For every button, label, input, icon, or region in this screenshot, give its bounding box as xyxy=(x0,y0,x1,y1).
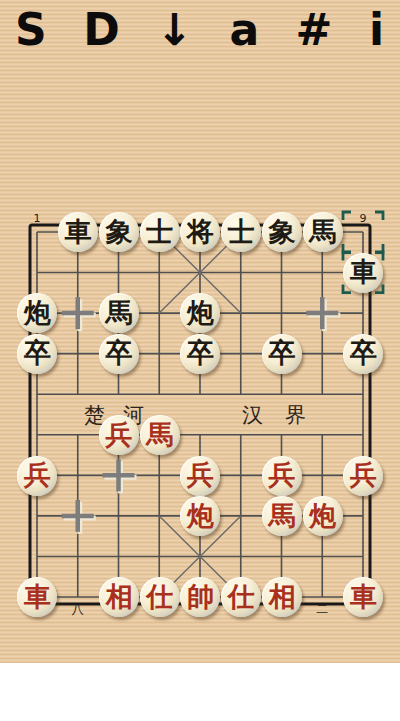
piece-glyph: 炮 xyxy=(309,502,336,529)
piece-glyph: 車 xyxy=(24,583,51,610)
piece-red-車[interactable]: 車 xyxy=(17,577,57,617)
piece-glyph: 車 xyxy=(350,258,377,285)
statusbar-glyph-5[interactable]: i xyxy=(369,0,384,60)
file-label-top-1: 1 xyxy=(30,212,44,225)
piece-glyph: 仕 xyxy=(228,583,255,610)
piece-glyph: 士 xyxy=(228,218,255,245)
statusbar-glyph-3[interactable]: a xyxy=(229,0,259,60)
piece-red-仕[interactable]: 仕 xyxy=(221,577,261,617)
file-label-bottom-2: 八 xyxy=(71,601,85,618)
statusbar-glyph-2[interactable]: ↓ xyxy=(156,0,193,60)
piece-black-将[interactable]: 将 xyxy=(180,212,220,252)
piece-red-仕[interactable]: 仕 xyxy=(140,577,180,617)
piece-black-馬[interactable]: 馬 xyxy=(303,212,343,252)
piece-black-象[interactable]: 象 xyxy=(262,212,302,252)
piece-red-炮[interactable]: 炮 xyxy=(303,496,343,536)
piece-glyph: 兵 xyxy=(24,461,51,488)
piece-black-卒[interactable]: 卒 xyxy=(99,334,139,374)
piece-black-炮[interactable]: 炮 xyxy=(17,293,57,333)
piece-glyph: 相 xyxy=(105,583,132,610)
piece-glyph: 炮 xyxy=(24,299,51,326)
piece-black-卒[interactable]: 卒 xyxy=(343,334,383,374)
piece-black-士[interactable]: 士 xyxy=(140,212,180,252)
bottom-white-band xyxy=(0,663,400,721)
status-bar: SD↓a#i xyxy=(0,0,400,60)
statusbar-glyph-0[interactable]: S xyxy=(15,0,47,60)
piece-black-卒[interactable]: 卒 xyxy=(262,334,302,374)
piece-glyph: 象 xyxy=(105,218,132,245)
piece-red-兵[interactable]: 兵 xyxy=(99,415,139,455)
piece-black-馬[interactable]: 馬 xyxy=(99,293,139,333)
piece-red-兵[interactable]: 兵 xyxy=(180,456,220,496)
piece-black-車[interactable]: 車 xyxy=(343,253,383,293)
piece-red-兵[interactable]: 兵 xyxy=(17,456,57,496)
piece-red-炮[interactable]: 炮 xyxy=(180,496,220,536)
piece-glyph: 卒 xyxy=(24,339,51,366)
piece-glyph: 仕 xyxy=(146,583,173,610)
piece-black-卒[interactable]: 卒 xyxy=(180,334,220,374)
piece-black-象[interactable]: 象 xyxy=(99,212,139,252)
piece-glyph: 将 xyxy=(187,218,214,245)
piece-glyph: 兵 xyxy=(105,421,132,448)
piece-glyph: 卒 xyxy=(105,339,132,366)
piece-glyph: 帥 xyxy=(187,583,214,610)
xiangqi-board[interactable]: 車象士将士象馬車炮馬炮卒卒卒卒卒兵馬兵兵兵兵炮馬炮車相仕帥仕相車 xyxy=(17,212,384,618)
piece-red-相[interactable]: 相 xyxy=(262,577,302,617)
piece-glyph: 炮 xyxy=(187,299,214,326)
file-label-bottom-8: 二 xyxy=(315,601,329,618)
piece-glyph: 車 xyxy=(65,218,92,245)
piece-glyph: 卒 xyxy=(350,339,377,366)
piece-black-炮[interactable]: 炮 xyxy=(180,293,220,333)
piece-glyph: 卒 xyxy=(187,339,214,366)
piece-glyph: 兵 xyxy=(350,461,377,488)
statusbar-glyph-4[interactable]: # xyxy=(296,0,333,60)
app-screen: SD↓a#i 楚河 汉界 車象士将士象馬車炮馬炮卒卒卒卒卒兵馬兵兵兵兵炮馬炮車相… xyxy=(0,0,400,721)
piece-red-車[interactable]: 車 xyxy=(343,577,383,617)
piece-glyph: 兵 xyxy=(187,461,214,488)
piece-red-馬[interactable]: 馬 xyxy=(262,496,302,536)
piece-red-兵[interactable]: 兵 xyxy=(343,456,383,496)
piece-black-士[interactable]: 士 xyxy=(221,212,261,252)
statusbar-glyph-1[interactable]: D xyxy=(83,0,120,60)
piece-red-帥[interactable]: 帥 xyxy=(180,577,220,617)
piece-glyph: 卒 xyxy=(268,339,295,366)
piece-glyph: 車 xyxy=(350,583,377,610)
piece-red-兵[interactable]: 兵 xyxy=(262,456,302,496)
piece-glyph: 象 xyxy=(268,218,295,245)
file-label-top-9: 9 xyxy=(356,212,370,225)
piece-black-車[interactable]: 車 xyxy=(58,212,98,252)
piece-black-卒[interactable]: 卒 xyxy=(17,334,57,374)
piece-glyph: 相 xyxy=(268,583,295,610)
piece-red-馬[interactable]: 馬 xyxy=(140,415,180,455)
piece-glyph: 炮 xyxy=(187,502,214,529)
piece-glyph: 馬 xyxy=(268,502,295,529)
piece-red-相[interactable]: 相 xyxy=(99,577,139,617)
piece-glyph: 兵 xyxy=(268,461,295,488)
piece-glyph: 馬 xyxy=(309,218,336,245)
piece-glyph: 士 xyxy=(146,218,173,245)
piece-glyph: 馬 xyxy=(146,421,173,448)
piece-glyph: 馬 xyxy=(105,299,132,326)
